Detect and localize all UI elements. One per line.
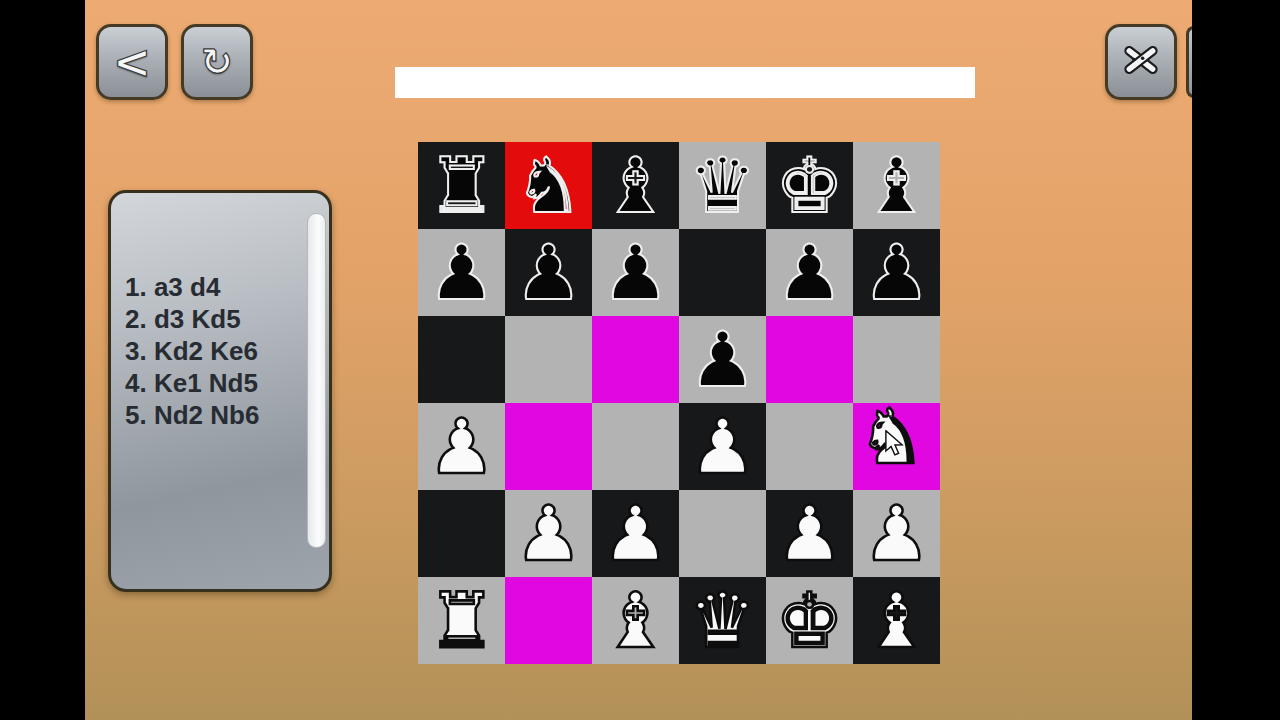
square-a5[interactable]: ♟: [418, 229, 505, 316]
crossed-swords-icon: [1119, 38, 1163, 86]
piece-wP-b2[interactable]: ♟: [514, 490, 582, 577]
square-b1[interactable]: [505, 577, 592, 664]
move-list: 1. a3 d4 2. d3 Kd5 3. Kd2 Ke6 4. Ke1 Nd5…: [125, 271, 259, 431]
letterbox-right: [1192, 0, 1280, 720]
back-icon: <: [113, 35, 152, 89]
square-b2[interactable]: ♟: [505, 490, 592, 577]
square-c5[interactable]: ♟: [592, 229, 679, 316]
square-b6[interactable]: ♞: [505, 142, 592, 229]
square-a4[interactable]: [418, 316, 505, 403]
piece-bB-f6[interactable]: ♝: [862, 142, 930, 229]
piece-bK-e6[interactable]: ♚: [775, 142, 843, 229]
piece-bP-e5[interactable]: ♟: [775, 229, 843, 316]
restart-button[interactable]: ↻: [181, 24, 253, 100]
square-e6[interactable]: ♚: [766, 142, 853, 229]
move-list-scrollbar[interactable]: [307, 213, 326, 548]
piece-bB-c6[interactable]: ♝: [601, 142, 669, 229]
piece-bP-d4[interactable]: ♟: [688, 316, 756, 403]
resign-button[interactable]: [1105, 24, 1177, 100]
square-e5[interactable]: ♟: [766, 229, 853, 316]
square-c1[interactable]: ♝: [592, 577, 679, 664]
piece-wR-a1[interactable]: ♜: [427, 577, 495, 664]
square-c2[interactable]: ♟: [592, 490, 679, 577]
square-e2[interactable]: ♟: [766, 490, 853, 577]
square-c4[interactable]: [592, 316, 679, 403]
square-f1[interactable]: ♝: [853, 577, 940, 664]
piece-wP-d3[interactable]: ♟: [688, 403, 756, 490]
piece-wQ-d1[interactable]: ♛: [688, 577, 756, 664]
piece-bP-a5[interactable]: ♟: [427, 229, 495, 316]
move-line: 3. Kd2 Ke6: [125, 335, 259, 367]
piece-wB-f1[interactable]: ♝: [862, 577, 930, 664]
square-b5[interactable]: ♟: [505, 229, 592, 316]
square-d6[interactable]: ♛: [679, 142, 766, 229]
square-e3[interactable]: [766, 403, 853, 490]
square-d1[interactable]: ♛: [679, 577, 766, 664]
square-c6[interactable]: ♝: [592, 142, 679, 229]
move-line: 2. d3 Kd5: [125, 303, 259, 335]
square-c3[interactable]: [592, 403, 679, 490]
letterbox-left: [0, 0, 85, 720]
mouse-cursor-icon: [884, 430, 908, 460]
square-a3[interactable]: ♟: [418, 403, 505, 490]
move-line: 4. Ke1 Nd5: [125, 367, 259, 399]
square-a1[interactable]: ♜: [418, 577, 505, 664]
move-line: 1. a3 d4: [125, 271, 259, 303]
piece-wP-e2[interactable]: ♟: [775, 490, 843, 577]
piece-wP-f2[interactable]: ♟: [862, 490, 930, 577]
chess-board: ♜♞♝♛♚♝♟♟♟♟♟♟♟♟♞♟♟♟♟♜♝♛♚♝: [418, 142, 940, 664]
square-b3[interactable]: [505, 403, 592, 490]
piece-bP-c5[interactable]: ♟: [601, 229, 669, 316]
piece-bP-f5[interactable]: ♟: [862, 229, 930, 316]
square-d5[interactable]: [679, 229, 766, 316]
back-button[interactable]: <: [96, 24, 168, 100]
piece-wP-a3[interactable]: ♟: [427, 403, 495, 490]
square-e1[interactable]: ♚: [766, 577, 853, 664]
piece-bP-b5[interactable]: ♟: [514, 229, 582, 316]
piece-bN-b6[interactable]: ♞: [514, 142, 582, 229]
square-b4[interactable]: [505, 316, 592, 403]
square-d2[interactable]: [679, 490, 766, 577]
move-line: 5. Nd2 Nb6: [125, 399, 259, 431]
square-e4[interactable]: [766, 316, 853, 403]
square-a2[interactable]: [418, 490, 505, 577]
square-a6[interactable]: ♜: [418, 142, 505, 229]
square-d4[interactable]: ♟: [679, 316, 766, 403]
square-d3[interactable]: ♟: [679, 403, 766, 490]
square-f2[interactable]: ♟: [853, 490, 940, 577]
move-list-panel: 1. a3 d4 2. d3 Kd5 3. Kd2 Ke6 4. Ke1 Nd5…: [108, 190, 332, 592]
piece-bR-a6[interactable]: ♜: [427, 142, 495, 229]
square-f5[interactable]: ♟: [853, 229, 940, 316]
square-f4[interactable]: [853, 316, 940, 403]
status-bar: [395, 67, 975, 98]
restart-icon: ↻: [201, 40, 233, 84]
piece-wP-c2[interactable]: ♟: [601, 490, 669, 577]
square-f6[interactable]: ♝: [853, 142, 940, 229]
piece-bQ-d6[interactable]: ♛: [688, 142, 756, 229]
piece-wB-c1[interactable]: ♝: [601, 577, 669, 664]
piece-wK-e1[interactable]: ♚: [775, 577, 843, 664]
